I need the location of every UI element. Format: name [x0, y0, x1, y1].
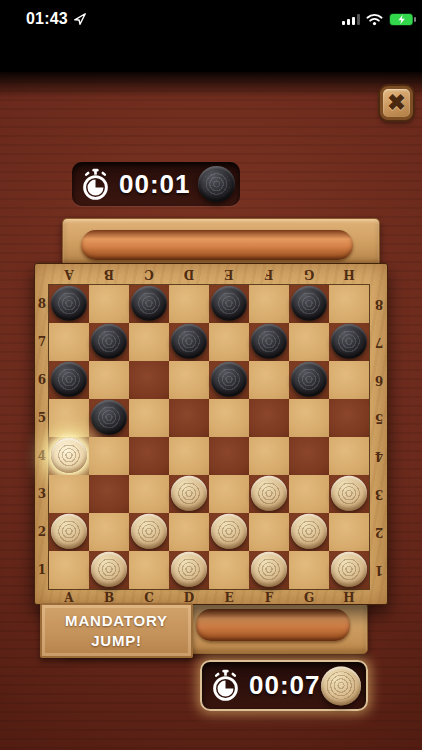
- square-b5[interactable]: [89, 399, 129, 437]
- rank-label-1: 1: [35, 551, 49, 589]
- checker-white-b1[interactable]: [91, 552, 127, 587]
- stopwatch-icon: [81, 168, 110, 201]
- rank-labels-left: 87654321: [35, 285, 49, 589]
- square-a8[interactable]: [49, 285, 89, 323]
- status-time: 01:43: [26, 10, 68, 28]
- square-g7[interactable]: [289, 323, 329, 361]
- square-a5[interactable]: [49, 399, 89, 437]
- square-b3[interactable]: [89, 475, 129, 513]
- checker-black-b7[interactable]: [91, 324, 127, 359]
- rank-label-6: 6: [35, 361, 49, 399]
- square-b1[interactable]: [89, 551, 129, 589]
- checker-white-e2[interactable]: [211, 514, 247, 549]
- stopwatch-icon: [211, 669, 240, 702]
- square-d2[interactable]: [169, 513, 209, 551]
- square-f1[interactable]: [249, 551, 289, 589]
- square-f6[interactable]: [249, 361, 289, 399]
- file-label-f: F: [249, 589, 289, 606]
- square-h2[interactable]: [329, 513, 369, 551]
- square-g5[interactable]: [289, 399, 329, 437]
- rank-label-4: 4: [35, 437, 49, 475]
- square-h1[interactable]: [329, 551, 369, 589]
- checker-black-a6[interactable]: [51, 362, 87, 397]
- square-b6[interactable]: [89, 361, 129, 399]
- square-b4[interactable]: [89, 437, 129, 475]
- file-label-h: H: [329, 589, 369, 606]
- square-d5[interactable]: [169, 399, 209, 437]
- file-label-f: F: [249, 264, 289, 285]
- checker-white-d3[interactable]: [171, 476, 207, 511]
- square-e4[interactable]: [209, 437, 249, 475]
- square-h5[interactable]: [329, 399, 369, 437]
- timer-white-time: 00:07: [249, 670, 321, 701]
- checker-white-d1[interactable]: [171, 552, 207, 587]
- square-f2[interactable]: [249, 513, 289, 551]
- top-tray-roller: [81, 230, 353, 260]
- square-a6[interactable]: [49, 361, 89, 399]
- checker-white-h3[interactable]: [331, 476, 367, 511]
- square-e3[interactable]: [209, 475, 249, 513]
- square-h8[interactable]: [329, 285, 369, 323]
- checker-white-c2[interactable]: [131, 514, 167, 549]
- square-g6[interactable]: [289, 361, 329, 399]
- rank-label-5: 5: [35, 399, 49, 437]
- file-label-b: B: [89, 264, 129, 285]
- square-a2[interactable]: [49, 513, 89, 551]
- square-c4[interactable]: [129, 437, 169, 475]
- square-d6[interactable]: [169, 361, 209, 399]
- rank-label-5: 5: [369, 399, 389, 437]
- rank-label-3: 3: [35, 475, 49, 513]
- file-label-g: G: [289, 589, 329, 606]
- square-f8[interactable]: [249, 285, 289, 323]
- square-e7[interactable]: [209, 323, 249, 361]
- square-g4[interactable]: [289, 437, 329, 475]
- square-g1[interactable]: [289, 551, 329, 589]
- checker-black-g6[interactable]: [291, 362, 327, 397]
- square-c2[interactable]: [129, 513, 169, 551]
- rank-label-6: 6: [369, 361, 389, 399]
- square-f5[interactable]: [249, 399, 289, 437]
- cellular-icon: [342, 14, 360, 25]
- rank-label-3: 3: [369, 475, 389, 513]
- status-bar: 01:43: [0, 0, 422, 44]
- square-a3[interactable]: [49, 475, 89, 513]
- square-g3[interactable]: [289, 475, 329, 513]
- file-labels-top: ABCDEFGH: [49, 264, 369, 285]
- file-label-g: G: [289, 264, 329, 285]
- square-e8[interactable]: [209, 285, 249, 323]
- rank-label-2: 2: [35, 513, 49, 551]
- checker-white-a2[interactable]: [51, 514, 87, 549]
- close-button[interactable]: ✖: [380, 86, 413, 120]
- bottom-tray-roller: [196, 609, 350, 641]
- checker-white-h1[interactable]: [331, 552, 367, 587]
- app-screen: 01:43 ✖: [0, 0, 422, 750]
- file-label-h: H: [329, 264, 369, 285]
- battery-charging-icon: [389, 13, 416, 26]
- square-c8[interactable]: [129, 285, 169, 323]
- square-d8[interactable]: [169, 285, 209, 323]
- checker-black-g8[interactable]: [291, 286, 327, 321]
- sign-line-2: JUMP!: [91, 631, 142, 651]
- rank-label-4: 4: [369, 437, 389, 475]
- sign-line-1: MANDATORY: [65, 611, 168, 631]
- close-icon: ✖: [387, 92, 405, 114]
- file-label-e: E: [209, 589, 249, 606]
- square-b2[interactable]: [89, 513, 129, 551]
- rank-label-2: 2: [369, 513, 389, 551]
- checker-black-c8[interactable]: [131, 286, 167, 321]
- checker-white-tray-piece: [321, 666, 361, 705]
- square-e5[interactable]: [209, 399, 249, 437]
- square-b7[interactable]: [89, 323, 129, 361]
- rank-label-8: 8: [35, 285, 49, 323]
- square-h3[interactable]: [329, 475, 369, 513]
- square-d1[interactable]: [169, 551, 209, 589]
- square-d7[interactable]: [169, 323, 209, 361]
- square-c6[interactable]: [129, 361, 169, 399]
- square-e1[interactable]: [209, 551, 249, 589]
- file-label-c: C: [129, 264, 169, 285]
- top-tray: [62, 218, 380, 266]
- timer-white: 00:07: [200, 660, 368, 711]
- square-e2[interactable]: [209, 513, 249, 551]
- rank-labels-right: 87654321: [369, 285, 389, 589]
- file-label-a: A: [49, 264, 89, 285]
- square-g2[interactable]: [289, 513, 329, 551]
- square-c5[interactable]: [129, 399, 169, 437]
- square-c7[interactable]: [129, 323, 169, 361]
- square-h7[interactable]: [329, 323, 369, 361]
- square-c1[interactable]: [129, 551, 169, 589]
- square-h6[interactable]: [329, 361, 369, 399]
- rank-label-1: 1: [369, 551, 389, 589]
- timer-black: 00:01: [72, 162, 240, 206]
- timer-black-time: 00:01: [119, 169, 191, 200]
- rank-label-7: 7: [35, 323, 49, 361]
- square-f7[interactable]: [249, 323, 289, 361]
- wifi-icon: [366, 13, 383, 26]
- checker-black-tray-piece: [198, 166, 235, 202]
- checker-black-b5[interactable]: [91, 400, 127, 435]
- rank-label-7: 7: [369, 323, 389, 361]
- square-f4[interactable]: [249, 437, 289, 475]
- mandatory-jump-sign: MANDATORY JUMP!: [40, 603, 193, 658]
- square-g8[interactable]: [289, 285, 329, 323]
- checker-white-f1[interactable]: [251, 552, 287, 587]
- checker-black-d7[interactable]: [171, 324, 207, 359]
- square-f3[interactable]: [249, 475, 289, 513]
- rank-label-8: 8: [369, 285, 389, 323]
- location-icon: [73, 12, 87, 26]
- checker-black-e6[interactable]: [211, 362, 247, 397]
- checker-white-g2[interactable]: [291, 514, 327, 549]
- checker-black-f7[interactable]: [251, 324, 287, 359]
- file-label-d: D: [169, 264, 209, 285]
- checker-white-highlighted-a4[interactable]: [51, 438, 87, 473]
- square-b8[interactable]: [89, 285, 129, 323]
- square-d3[interactable]: [169, 475, 209, 513]
- checker-black-a8[interactable]: [51, 286, 87, 321]
- checker-black-h7[interactable]: [331, 324, 367, 359]
- square-d4[interactable]: [169, 437, 209, 475]
- square-e6[interactable]: [209, 361, 249, 399]
- square-a7[interactable]: [49, 323, 89, 361]
- square-a1[interactable]: [49, 551, 89, 589]
- board: ABCDEFGH 87654321 87654321 ABCDEFGH: [34, 263, 388, 605]
- checker-black-e8[interactable]: [211, 286, 247, 321]
- board-grid: [49, 285, 369, 589]
- square-h4[interactable]: [329, 437, 369, 475]
- file-label-e: E: [209, 264, 249, 285]
- square-a4[interactable]: [49, 437, 89, 475]
- square-c3[interactable]: [129, 475, 169, 513]
- checker-white-f3[interactable]: [251, 476, 287, 511]
